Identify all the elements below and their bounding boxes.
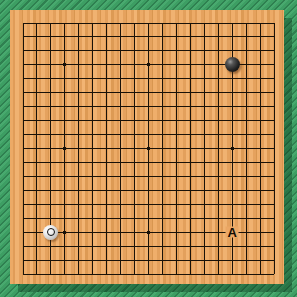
grid-lines [10, 10, 284, 284]
table-background: A [0, 0, 297, 297]
goban[interactable]: A [10, 10, 284, 284]
last-move-circle-marker [47, 228, 55, 236]
point-label-Q4[interactable]: A [226, 227, 239, 238]
white-stone-C4[interactable] [43, 225, 58, 240]
black-stone-Q16[interactable] [225, 57, 240, 72]
